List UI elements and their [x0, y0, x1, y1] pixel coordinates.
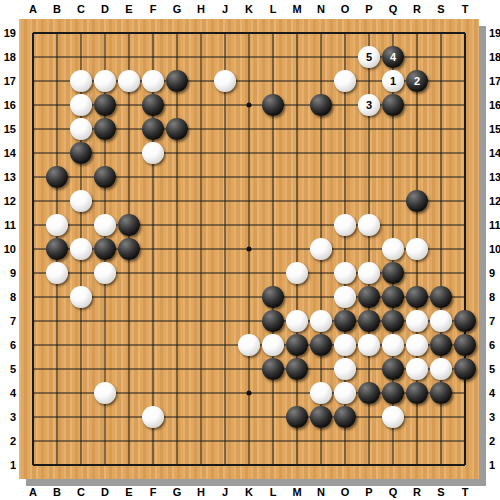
stone-white-P6[interactable] [358, 334, 380, 356]
column-label: P [357, 484, 381, 500]
stone-white-R6[interactable] [406, 334, 428, 356]
stone-white-R10[interactable] [406, 238, 428, 260]
stone-white-M9[interactable] [286, 262, 308, 284]
row-label: 6 [489, 333, 500, 357]
stone-black-Q16[interactable] [382, 94, 404, 116]
stone-white-M7[interactable] [286, 310, 308, 332]
column-label: K [237, 484, 261, 500]
stone-black-L8[interactable] [262, 286, 284, 308]
row-label: 4 [2, 381, 16, 405]
stone-black-F16[interactable] [142, 94, 164, 116]
stone-black-P7[interactable] [358, 310, 380, 332]
stone-black-Q8[interactable] [382, 286, 404, 308]
move-number: 5 [366, 52, 372, 63]
column-label: M [285, 0, 309, 18]
stone-white-D4[interactable] [94, 382, 116, 404]
column-label: C [69, 0, 93, 18]
row-label: 2 [2, 429, 16, 453]
stone-white-O8[interactable] [334, 286, 356, 308]
stone-black-E11[interactable] [118, 214, 140, 236]
stone-black-Q4[interactable] [382, 382, 404, 404]
row-label: 8 [2, 285, 16, 309]
row-label: 9 [2, 261, 16, 285]
stone-black-E10[interactable] [118, 238, 140, 260]
row-label: 11 [489, 213, 500, 237]
stone-black-R17[interactable]: 2 [406, 70, 428, 92]
column-label: F [141, 484, 165, 500]
stone-white-R7[interactable] [406, 310, 428, 332]
row-label: 14 [2, 141, 16, 165]
stone-black-G17[interactable] [166, 70, 188, 92]
column-label: A [21, 484, 45, 500]
stone-white-J17[interactable] [214, 70, 236, 92]
row-label: 3 [489, 405, 500, 429]
column-label: J [213, 0, 237, 18]
go-board-diagram: ABCDEFGHJKLMNOPQRST ABCDEFGHJKLMNOPQRST … [0, 0, 500, 500]
column-label: L [261, 0, 285, 18]
column-label: D [93, 484, 117, 500]
column-label: M [285, 484, 309, 500]
stone-white-C8[interactable] [70, 286, 92, 308]
stone-white-P11[interactable] [358, 214, 380, 236]
stone-white-O4[interactable] [334, 382, 356, 404]
stone-white-P9[interactable] [358, 262, 380, 284]
row-label: 10 [489, 237, 500, 261]
stone-white-F14[interactable] [142, 142, 164, 164]
stone-black-L7[interactable] [262, 310, 284, 332]
row-label: 14 [489, 141, 500, 165]
column-label: P [357, 0, 381, 18]
row-label: 12 [489, 189, 500, 213]
row-label: 7 [489, 309, 500, 333]
stone-black-F15[interactable] [142, 118, 164, 140]
row-label: 16 [2, 93, 16, 117]
stone-black-M5[interactable] [286, 358, 308, 380]
column-label: E [117, 484, 141, 500]
stone-white-C12[interactable] [70, 190, 92, 212]
column-label: S [429, 0, 453, 18]
stone-white-Q3[interactable] [382, 406, 404, 428]
stone-black-Q9[interactable] [382, 262, 404, 284]
stone-white-B11[interactable] [46, 214, 68, 236]
stone-black-R4[interactable] [406, 382, 428, 404]
stone-white-L6[interactable] [262, 334, 284, 356]
row-label: 18 [489, 45, 500, 69]
stone-white-D9[interactable] [94, 262, 116, 284]
column-label: G [165, 484, 189, 500]
row-label: 5 [489, 357, 500, 381]
column-label: K [237, 0, 261, 18]
column-label: H [189, 0, 213, 18]
row-label: 9 [489, 261, 500, 285]
stone-white-C10[interactable] [70, 238, 92, 260]
stone-black-P8[interactable] [358, 286, 380, 308]
row-label: 13 [2, 165, 16, 189]
row-label: 17 [2, 69, 16, 93]
stone-white-N7[interactable] [310, 310, 332, 332]
column-label: N [309, 484, 333, 500]
stone-white-Q17[interactable]: 1 [382, 70, 404, 92]
stone-white-C16[interactable] [70, 94, 92, 116]
stone-black-B13[interactable] [46, 166, 68, 188]
stone-white-S5[interactable] [430, 358, 452, 380]
stones-grid: 54123 [21, 21, 477, 477]
stone-white-C17[interactable] [70, 70, 92, 92]
row-labels-left: 19181716151413121110987654321 [2, 21, 16, 477]
stone-black-D10[interactable] [94, 238, 116, 260]
row-label: 15 [2, 117, 16, 141]
stone-black-T6[interactable] [454, 334, 476, 356]
stone-black-N16[interactable] [310, 94, 332, 116]
stone-black-M3[interactable] [286, 406, 308, 428]
column-label: L [261, 484, 285, 500]
stone-black-T7[interactable] [454, 310, 476, 332]
stone-black-P4[interactable] [358, 382, 380, 404]
stone-white-O11[interactable] [334, 214, 356, 236]
column-label: A [21, 0, 45, 18]
column-label: S [429, 484, 453, 500]
column-label: R [405, 484, 429, 500]
stone-white-O17[interactable] [334, 70, 356, 92]
row-label: 19 [489, 21, 500, 45]
row-label: 3 [2, 405, 16, 429]
row-label: 8 [489, 285, 500, 309]
stone-black-C14[interactable] [70, 142, 92, 164]
stone-black-Q5[interactable] [382, 358, 404, 380]
move-number: 4 [390, 52, 396, 63]
row-label: 13 [489, 165, 500, 189]
stone-white-S7[interactable] [430, 310, 452, 332]
stone-black-N3[interactable] [310, 406, 332, 428]
row-label: 1 [2, 453, 16, 477]
stone-white-N4[interactable] [310, 382, 332, 404]
row-label: 5 [2, 357, 16, 381]
row-label: 6 [2, 333, 16, 357]
stone-black-T5[interactable] [454, 358, 476, 380]
column-labels-bottom: ABCDEFGHJKLMNOPQRST [21, 484, 477, 500]
stone-black-O7[interactable] [334, 310, 356, 332]
stone-white-P18[interactable]: 5 [358, 46, 380, 68]
column-label: O [333, 0, 357, 18]
column-label: G [165, 0, 189, 18]
stone-black-D16[interactable] [94, 94, 116, 116]
stone-black-S4[interactable] [430, 382, 452, 404]
stone-white-B9[interactable] [46, 262, 68, 284]
stone-white-O5[interactable] [334, 358, 356, 380]
stone-black-O3[interactable] [334, 406, 356, 428]
row-label: 4 [489, 381, 500, 405]
stone-white-E17[interactable] [118, 70, 140, 92]
stone-black-S8[interactable] [430, 286, 452, 308]
row-label: 11 [2, 213, 16, 237]
column-label: F [141, 0, 165, 18]
stone-white-Q10[interactable] [382, 238, 404, 260]
column-label: Q [381, 0, 405, 18]
stone-white-N10[interactable] [310, 238, 332, 260]
stone-black-D13[interactable] [94, 166, 116, 188]
stone-white-Q6[interactable] [382, 334, 404, 356]
column-label: O [333, 484, 357, 500]
column-labels-top: ABCDEFGHJKLMNOPQRST [21, 0, 477, 18]
stone-black-Q7[interactable] [382, 310, 404, 332]
column-label: E [117, 0, 141, 18]
stone-white-D17[interactable] [94, 70, 116, 92]
row-label: 7 [2, 309, 16, 333]
column-label: Q [381, 484, 405, 500]
move-number: 1 [390, 76, 396, 87]
stone-white-P16[interactable]: 3 [358, 94, 380, 116]
row-label: 17 [489, 69, 500, 93]
column-label: J [213, 484, 237, 500]
column-label: T [453, 484, 477, 500]
column-label: C [69, 484, 93, 500]
stone-white-R5[interactable] [406, 358, 428, 380]
stone-white-C15[interactable] [70, 118, 92, 140]
stone-white-O9[interactable] [334, 262, 356, 284]
row-label: 18 [2, 45, 16, 69]
go-board[interactable]: 54123 [19, 19, 479, 479]
stone-white-F3[interactable] [142, 406, 164, 428]
row-label: 15 [489, 117, 500, 141]
stone-black-Q18[interactable]: 4 [382, 46, 404, 68]
stone-black-D15[interactable] [94, 118, 116, 140]
column-label: H [189, 484, 213, 500]
row-label: 2 [489, 429, 500, 453]
column-label: D [93, 0, 117, 18]
stone-white-K6[interactable] [238, 334, 260, 356]
stone-white-D11[interactable] [94, 214, 116, 236]
stone-black-L16[interactable] [262, 94, 284, 116]
row-label: 12 [2, 189, 16, 213]
move-number: 3 [366, 100, 372, 111]
row-label: 10 [2, 237, 16, 261]
stone-black-R8[interactable] [406, 286, 428, 308]
column-label: B [45, 0, 69, 18]
move-number: 2 [414, 76, 420, 87]
stone-white-O6[interactable] [334, 334, 356, 356]
stone-black-B10[interactable] [46, 238, 68, 260]
row-label: 1 [489, 453, 500, 477]
column-label: B [45, 484, 69, 500]
stone-black-L5[interactable] [262, 358, 284, 380]
stone-black-M6[interactable] [286, 334, 308, 356]
stone-black-R12[interactable] [406, 190, 428, 212]
column-label: N [309, 0, 333, 18]
stone-black-S6[interactable] [430, 334, 452, 356]
stone-white-F17[interactable] [142, 70, 164, 92]
stone-black-G15[interactable] [166, 118, 188, 140]
row-label: 19 [2, 21, 16, 45]
stone-black-N6[interactable] [310, 334, 332, 356]
column-label: R [405, 0, 429, 18]
row-labels-right: 19181716151413121110987654321 [489, 21, 500, 477]
row-label: 16 [489, 93, 500, 117]
column-label: T [453, 0, 477, 18]
